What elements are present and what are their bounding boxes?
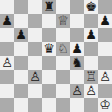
white-knight[interactable]: ♘ — [57, 42, 69, 56]
square-h1[interactable]: ♔ — [98, 98, 112, 112]
square-g2[interactable]: ♙ — [84, 84, 98, 98]
square-a2[interactable] — [0, 84, 14, 98]
square-c2[interactable] — [28, 84, 42, 98]
chess-board: ♜♚♟♕♟♟♟♛♘♟♙♞♙♖♙♙♙♔ — [0, 0, 112, 112]
square-d8[interactable]: ♜ — [42, 0, 56, 14]
black-pawn[interactable]: ♟ — [99, 14, 111, 28]
square-f1[interactable] — [70, 98, 84, 112]
white-queen[interactable]: ♕ — [57, 14, 69, 28]
square-h3[interactable]: ♙ — [98, 70, 112, 84]
black-knight[interactable]: ♞ — [71, 56, 83, 70]
square-a7[interactable]: ♟ — [0, 14, 14, 28]
square-a3[interactable] — [0, 70, 14, 84]
square-c1[interactable] — [28, 98, 42, 112]
black-pawn[interactable]: ♟ — [1, 14, 13, 28]
square-b2[interactable] — [14, 84, 28, 98]
black-king[interactable]: ♚ — [85, 0, 97, 14]
square-g5[interactable] — [84, 42, 98, 56]
black-queen[interactable]: ♛ — [43, 42, 55, 56]
square-b1[interactable] — [14, 98, 28, 112]
black-pawn[interactable]: ♟ — [85, 28, 97, 42]
white-pawn[interactable]: ♙ — [85, 84, 97, 98]
square-a6[interactable] — [0, 28, 14, 42]
square-c7[interactable] — [28, 14, 42, 28]
square-g6[interactable]: ♟ — [84, 28, 98, 42]
square-f2[interactable]: ♙ — [70, 84, 84, 98]
black-rook[interactable]: ♜ — [43, 0, 55, 14]
square-f7[interactable] — [70, 14, 84, 28]
square-b8[interactable] — [14, 0, 28, 14]
square-b6[interactable]: ♟ — [14, 28, 28, 42]
white-pawn[interactable]: ♙ — [29, 70, 41, 84]
square-e7[interactable]: ♕ — [56, 14, 70, 28]
white-king[interactable]: ♔ — [99, 98, 111, 112]
square-h6[interactable] — [98, 28, 112, 42]
square-c5[interactable] — [28, 42, 42, 56]
square-a4[interactable]: ♙ — [0, 56, 14, 70]
square-e2[interactable] — [56, 84, 70, 98]
square-b3[interactable] — [14, 70, 28, 84]
square-h7[interactable]: ♟ — [98, 14, 112, 28]
square-b5[interactable] — [14, 42, 28, 56]
square-c8[interactable] — [28, 0, 42, 14]
square-g8[interactable]: ♚ — [84, 0, 98, 14]
square-d7[interactable] — [42, 14, 56, 28]
square-d5[interactable]: ♛ — [42, 42, 56, 56]
white-pawn[interactable]: ♙ — [71, 84, 83, 98]
square-e4[interactable] — [56, 56, 70, 70]
square-e3[interactable] — [56, 70, 70, 84]
square-c3[interactable]: ♙ — [28, 70, 42, 84]
black-pawn[interactable]: ♟ — [71, 42, 83, 56]
square-a1[interactable] — [0, 98, 14, 112]
square-d4[interactable] — [42, 56, 56, 70]
square-f4[interactable]: ♞ — [70, 56, 84, 70]
square-f8[interactable] — [70, 0, 84, 14]
square-c6[interactable] — [28, 28, 42, 42]
square-e1[interactable] — [56, 98, 70, 112]
white-pawn[interactable]: ♙ — [1, 56, 13, 70]
square-h5[interactable] — [98, 42, 112, 56]
square-e5[interactable]: ♘ — [56, 42, 70, 56]
square-d3[interactable] — [42, 70, 56, 84]
square-d2[interactable] — [42, 84, 56, 98]
black-pawn[interactable]: ♟ — [15, 28, 27, 42]
white-rook[interactable]: ♖ — [85, 70, 97, 84]
square-d1[interactable] — [42, 98, 56, 112]
white-pawn[interactable]: ♙ — [99, 70, 111, 84]
square-g1[interactable] — [84, 98, 98, 112]
square-b4[interactable] — [14, 56, 28, 70]
